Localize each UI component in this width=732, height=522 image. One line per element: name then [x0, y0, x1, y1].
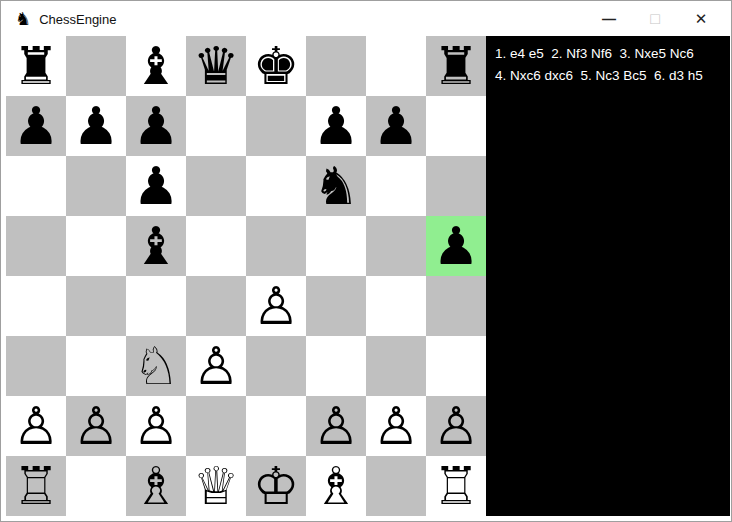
piece-white-pawn[interactable]: ♙: [133, 396, 180, 456]
square-a2[interactable]: ♙: [6, 396, 66, 456]
square-e6[interactable]: [246, 156, 306, 216]
piece-white-pawn[interactable]: ♙: [373, 396, 420, 456]
move-list-panel: 1. e4 e5 2. Nf3 Nf6 3. Nxe5 Nc6 4. Nxc6 …: [486, 36, 730, 516]
square-h2[interactable]: ♙: [426, 396, 486, 456]
square-h5[interactable]: ♟: [426, 216, 486, 276]
piece-white-queen[interactable]: ♕: [193, 456, 240, 516]
square-a3[interactable]: [6, 336, 66, 396]
piece-white-rook[interactable]: ♖: [433, 456, 480, 516]
square-f8[interactable]: [306, 36, 366, 96]
piece-white-pawn[interactable]: ♙: [193, 336, 240, 396]
square-c3[interactable]: ♘: [126, 336, 186, 396]
square-a1[interactable]: ♖: [6, 456, 66, 516]
maximize-button[interactable]: □: [632, 2, 678, 36]
piece-black-knight[interactable]: ♞: [313, 156, 360, 216]
square-a5[interactable]: [6, 216, 66, 276]
square-c7[interactable]: ♟: [126, 96, 186, 156]
piece-white-pawn[interactable]: ♙: [313, 396, 360, 456]
square-b3[interactable]: [66, 336, 126, 396]
square-f6[interactable]: ♞: [306, 156, 366, 216]
window-title: ChessEngine: [39, 12, 116, 27]
square-d6[interactable]: [186, 156, 246, 216]
square-f1[interactable]: ♗: [306, 456, 366, 516]
piece-white-bishop[interactable]: ♗: [133, 456, 180, 516]
piece-white-pawn[interactable]: ♙: [253, 276, 300, 336]
square-d7[interactable]: [186, 96, 246, 156]
square-c2[interactable]: ♙: [126, 396, 186, 456]
square-b2[interactable]: ♙: [66, 396, 126, 456]
square-f3[interactable]: [306, 336, 366, 396]
piece-black-pawn[interactable]: ♟: [13, 96, 60, 156]
piece-black-pawn[interactable]: ♟: [313, 96, 360, 156]
piece-black-pawn[interactable]: ♟: [133, 156, 180, 216]
square-g4[interactable]: [366, 276, 426, 336]
piece-black-rook[interactable]: ♜: [13, 36, 60, 96]
square-h3[interactable]: [426, 336, 486, 396]
piece-black-pawn[interactable]: ♟: [73, 96, 120, 156]
square-d8[interactable]: ♛: [186, 36, 246, 96]
square-b4[interactable]: [66, 276, 126, 336]
piece-black-queen[interactable]: ♛: [193, 36, 240, 96]
piece-black-bishop[interactable]: ♝: [133, 36, 180, 96]
piece-black-bishop[interactable]: ♝: [133, 216, 180, 276]
title-bar[interactable]: ♞ ChessEngine — □ ✕: [2, 2, 730, 36]
piece-black-rook[interactable]: ♜: [433, 36, 480, 96]
window-controls: — □ ✕: [586, 2, 724, 36]
square-b1[interactable]: [66, 456, 126, 516]
square-f4[interactable]: [306, 276, 366, 336]
square-d3[interactable]: ♙: [186, 336, 246, 396]
piece-black-king[interactable]: ♚: [253, 36, 300, 96]
square-d5[interactable]: [186, 216, 246, 276]
square-b7[interactable]: ♟: [66, 96, 126, 156]
square-d1[interactable]: ♕: [186, 456, 246, 516]
square-h1[interactable]: ♖: [426, 456, 486, 516]
square-a8[interactable]: ♜: [6, 36, 66, 96]
square-c1[interactable]: ♗: [126, 456, 186, 516]
square-c5[interactable]: ♝: [126, 216, 186, 276]
square-e2[interactable]: [246, 396, 306, 456]
piece-white-king[interactable]: ♔: [253, 456, 300, 516]
square-g6[interactable]: [366, 156, 426, 216]
square-a6[interactable]: [6, 156, 66, 216]
piece-white-knight[interactable]: ♘: [133, 336, 180, 396]
square-g5[interactable]: [366, 216, 426, 276]
minimize-button[interactable]: —: [586, 2, 632, 36]
piece-white-bishop[interactable]: ♗: [313, 456, 360, 516]
square-e5[interactable]: [246, 216, 306, 276]
piece-white-pawn[interactable]: ♙: [73, 396, 120, 456]
square-g8[interactable]: [366, 36, 426, 96]
piece-white-pawn[interactable]: ♙: [13, 396, 60, 456]
app-window: ♞ ChessEngine — □ ✕ ♜♝♛♚♜♟♟♟♟♟♟♞♝♟♙♘♙♙♙♙…: [0, 0, 732, 522]
move-list-line-1: 1. e4 e5 2. Nf3 Nf6 3. Nxe5 Nc6: [495, 43, 726, 65]
close-button[interactable]: ✕: [678, 2, 724, 36]
square-e7[interactable]: [246, 96, 306, 156]
piece-white-pawn[interactable]: ♙: [433, 396, 480, 456]
square-d4[interactable]: [186, 276, 246, 336]
square-e1[interactable]: ♔: [246, 456, 306, 516]
square-c6[interactable]: ♟: [126, 156, 186, 216]
square-h7[interactable]: [426, 96, 486, 156]
square-b6[interactable]: [66, 156, 126, 216]
square-e3[interactable]: [246, 336, 306, 396]
square-h4[interactable]: [426, 276, 486, 336]
square-g7[interactable]: ♟: [366, 96, 426, 156]
square-c8[interactable]: ♝: [126, 36, 186, 96]
square-a4[interactable]: [6, 276, 66, 336]
piece-white-rook[interactable]: ♖: [13, 456, 60, 516]
square-f7[interactable]: ♟: [306, 96, 366, 156]
square-h8[interactable]: ♜: [426, 36, 486, 96]
piece-black-pawn[interactable]: ♟: [373, 96, 420, 156]
square-f5[interactable]: [306, 216, 366, 276]
square-b5[interactable]: [66, 216, 126, 276]
square-b8[interactable]: [66, 36, 126, 96]
chess-board: ♜♝♛♚♜♟♟♟♟♟♟♞♝♟♙♘♙♙♙♙♙♙♙♖♗♕♔♗♖: [6, 36, 486, 516]
square-g3[interactable]: [366, 336, 426, 396]
square-f2[interactable]: ♙: [306, 396, 366, 456]
knight-app-icon: ♞: [15, 10, 31, 28]
square-h6[interactable]: [426, 156, 486, 216]
square-e4[interactable]: ♙: [246, 276, 306, 336]
piece-black-pawn[interactable]: ♟: [433, 216, 480, 276]
square-c4[interactable]: [126, 276, 186, 336]
square-d2[interactable]: [186, 396, 246, 456]
square-g2[interactable]: ♙: [366, 396, 426, 456]
square-g1[interactable]: [366, 456, 426, 516]
square-e8[interactable]: ♚: [246, 36, 306, 96]
move-list-line-2: 4. Nxc6 dxc6 5. Nc3 Bc5 6. d3 h5: [495, 65, 726, 87]
square-a7[interactable]: ♟: [6, 96, 66, 156]
piece-black-pawn[interactable]: ♟: [133, 96, 180, 156]
